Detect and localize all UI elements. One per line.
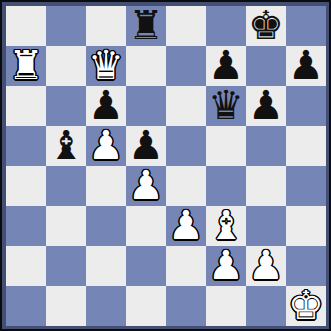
square-e3[interactable]: ♟ [166, 206, 206, 246]
square-g3[interactable] [246, 206, 286, 246]
square-f3[interactable]: ♝ [206, 206, 246, 246]
square-g7[interactable] [246, 46, 286, 86]
square-a3[interactable] [6, 206, 46, 246]
square-b4[interactable] [46, 166, 86, 206]
square-a7[interactable]: ♜ [6, 46, 46, 86]
piece-black-pawn[interactable]: ♟ [88, 85, 124, 125]
square-e5[interactable] [166, 126, 206, 166]
piece-white-pawn[interactable]: ♟ [128, 165, 164, 205]
square-b8[interactable] [46, 6, 86, 46]
square-f5[interactable] [206, 126, 246, 166]
square-h2[interactable] [286, 246, 326, 286]
square-c4[interactable] [86, 166, 126, 206]
square-c8[interactable] [86, 6, 126, 46]
piece-white-pawn[interactable]: ♟ [168, 205, 204, 245]
square-h8[interactable] [286, 6, 326, 46]
square-f4[interactable] [206, 166, 246, 206]
square-a5[interactable] [6, 126, 46, 166]
square-g4[interactable] [246, 166, 286, 206]
piece-white-pawn[interactable]: ♟ [248, 245, 284, 285]
square-f7[interactable]: ♟ [206, 46, 246, 86]
square-b5[interactable]: ♝ [46, 126, 86, 166]
square-a4[interactable] [6, 166, 46, 206]
square-f8[interactable] [206, 6, 246, 46]
square-c1[interactable] [86, 286, 126, 326]
piece-white-king[interactable]: ♚ [288, 285, 324, 325]
square-h7[interactable]: ♟ [286, 46, 326, 86]
square-f2[interactable]: ♟ [206, 246, 246, 286]
square-d2[interactable] [126, 246, 166, 286]
chess-diagram: ♜♚♜♛♟♟♟♛♟♝♟♟♟♟♝♟♟♚ [0, 0, 331, 331]
square-h6[interactable] [286, 86, 326, 126]
square-e8[interactable] [166, 6, 206, 46]
square-g5[interactable] [246, 126, 286, 166]
square-h5[interactable] [286, 126, 326, 166]
square-b6[interactable] [46, 86, 86, 126]
square-b3[interactable] [46, 206, 86, 246]
square-c3[interactable] [86, 206, 126, 246]
square-d6[interactable] [126, 86, 166, 126]
square-a1[interactable] [6, 286, 46, 326]
square-d8[interactable]: ♜ [126, 6, 166, 46]
piece-black-bishop[interactable]: ♝ [48, 125, 84, 165]
square-a6[interactable] [6, 86, 46, 126]
piece-white-bishop[interactable]: ♝ [208, 205, 244, 245]
square-g1[interactable] [246, 286, 286, 326]
square-d3[interactable] [126, 206, 166, 246]
square-d7[interactable] [126, 46, 166, 86]
square-h3[interactable] [286, 206, 326, 246]
square-e1[interactable] [166, 286, 206, 326]
piece-white-rook[interactable]: ♜ [8, 45, 44, 85]
piece-white-pawn[interactable]: ♟ [88, 125, 124, 165]
square-b2[interactable] [46, 246, 86, 286]
square-d4[interactable]: ♟ [126, 166, 166, 206]
piece-black-pawn[interactable]: ♟ [288, 45, 324, 85]
square-b1[interactable] [46, 286, 86, 326]
square-b7[interactable] [46, 46, 86, 86]
square-a8[interactable] [6, 6, 46, 46]
piece-black-pawn[interactable]: ♟ [208, 45, 244, 85]
square-g6[interactable]: ♟ [246, 86, 286, 126]
piece-white-queen[interactable]: ♛ [88, 45, 124, 85]
chessboard: ♜♚♜♛♟♟♟♛♟♝♟♟♟♟♝♟♟♚ [6, 6, 326, 326]
square-e4[interactable] [166, 166, 206, 206]
square-c2[interactable] [86, 246, 126, 286]
square-c7[interactable]: ♛ [86, 46, 126, 86]
square-e2[interactable] [166, 246, 206, 286]
square-h4[interactable] [286, 166, 326, 206]
piece-black-queen[interactable]: ♛ [208, 85, 244, 125]
square-f1[interactable] [206, 286, 246, 326]
square-c6[interactable]: ♟ [86, 86, 126, 126]
piece-black-pawn[interactable]: ♟ [248, 85, 284, 125]
square-e6[interactable] [166, 86, 206, 126]
piece-black-rook[interactable]: ♜ [128, 5, 164, 45]
square-g8[interactable]: ♚ [246, 6, 286, 46]
piece-black-king[interactable]: ♚ [248, 5, 284, 45]
piece-white-pawn[interactable]: ♟ [208, 245, 244, 285]
square-d1[interactable] [126, 286, 166, 326]
square-h1[interactable]: ♚ [286, 286, 326, 326]
square-d5[interactable]: ♟ [126, 126, 166, 166]
square-c5[interactable]: ♟ [86, 126, 126, 166]
square-f6[interactable]: ♛ [206, 86, 246, 126]
square-e7[interactable] [166, 46, 206, 86]
piece-black-pawn[interactable]: ♟ [128, 125, 164, 165]
square-g2[interactable]: ♟ [246, 246, 286, 286]
square-a2[interactable] [6, 246, 46, 286]
